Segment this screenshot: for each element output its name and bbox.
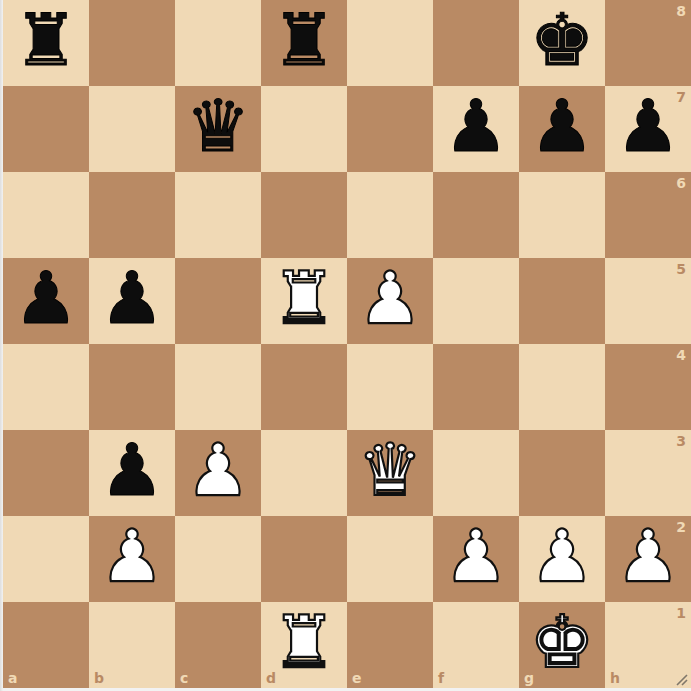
square-c8[interactable] bbox=[175, 0, 261, 86]
square-h7[interactable]: 7♟ bbox=[605, 86, 691, 172]
square-d4[interactable] bbox=[261, 344, 347, 430]
square-h2[interactable]: 2♟ bbox=[605, 516, 691, 602]
black-rook[interactable]: ♜ bbox=[14, 4, 79, 76]
square-g3[interactable] bbox=[519, 430, 605, 516]
square-b1[interactable]: b bbox=[89, 602, 175, 688]
square-e2[interactable] bbox=[347, 516, 433, 602]
square-f7[interactable]: ♟ bbox=[433, 86, 519, 172]
square-b6[interactable] bbox=[89, 172, 175, 258]
square-a5[interactable]: ♟ bbox=[3, 258, 89, 344]
square-f6[interactable] bbox=[433, 172, 519, 258]
square-e6[interactable] bbox=[347, 172, 433, 258]
square-h3[interactable]: 3 bbox=[605, 430, 691, 516]
square-c4[interactable] bbox=[175, 344, 261, 430]
square-d5[interactable]: ♜ bbox=[261, 258, 347, 344]
square-h8[interactable]: 8 bbox=[605, 0, 691, 86]
square-g5[interactable] bbox=[519, 258, 605, 344]
square-b7[interactable] bbox=[89, 86, 175, 172]
file-label-f: f bbox=[438, 671, 444, 685]
square-c7[interactable]: ♛ bbox=[175, 86, 261, 172]
square-h1[interactable]: 1h bbox=[605, 602, 691, 688]
file-label-a: a bbox=[8, 671, 17, 685]
rank-label-3: 3 bbox=[676, 434, 686, 448]
file-label-b: b bbox=[94, 671, 104, 685]
square-a6[interactable] bbox=[3, 172, 89, 258]
square-b2[interactable]: ♟ bbox=[89, 516, 175, 602]
white-pawn[interactable]: ♟ bbox=[444, 520, 509, 592]
white-pawn[interactable]: ♟ bbox=[358, 262, 423, 334]
white-king[interactable]: ♚ bbox=[530, 606, 595, 678]
square-g4[interactable] bbox=[519, 344, 605, 430]
black-pawn[interactable]: ♟ bbox=[14, 262, 79, 334]
square-g2[interactable]: ♟ bbox=[519, 516, 605, 602]
square-g6[interactable] bbox=[519, 172, 605, 258]
file-label-e: e bbox=[352, 671, 362, 685]
square-d7[interactable] bbox=[261, 86, 347, 172]
rank-label-6: 6 bbox=[676, 176, 686, 190]
square-g8[interactable]: ♚ bbox=[519, 0, 605, 86]
square-c3[interactable]: ♟ bbox=[175, 430, 261, 516]
square-d1[interactable]: d♜ bbox=[261, 602, 347, 688]
square-a1[interactable]: a bbox=[3, 602, 89, 688]
square-h6[interactable]: 6 bbox=[605, 172, 691, 258]
black-pawn[interactable]: ♟ bbox=[444, 90, 509, 162]
chess-board: ♜♜♚8♛♟♟7♟6♟♟♜♟54♟♟♛3♟♟♟2♟abcd♜efg♚1h bbox=[3, 0, 691, 688]
square-b8[interactable] bbox=[89, 0, 175, 86]
black-pawn[interactable]: ♟ bbox=[616, 90, 681, 162]
square-h5[interactable]: 5 bbox=[605, 258, 691, 344]
square-f4[interactable] bbox=[433, 344, 519, 430]
square-d2[interactable] bbox=[261, 516, 347, 602]
white-pawn[interactable]: ♟ bbox=[616, 520, 681, 592]
square-b5[interactable]: ♟ bbox=[89, 258, 175, 344]
square-a7[interactable] bbox=[3, 86, 89, 172]
file-label-h: h bbox=[610, 671, 620, 685]
square-h4[interactable]: 4 bbox=[605, 344, 691, 430]
square-g7[interactable]: ♟ bbox=[519, 86, 605, 172]
rank-label-4: 4 bbox=[676, 348, 686, 362]
square-a8[interactable]: ♜ bbox=[3, 0, 89, 86]
square-f1[interactable]: f bbox=[433, 602, 519, 688]
white-queen[interactable]: ♛ bbox=[358, 434, 423, 506]
square-f2[interactable]: ♟ bbox=[433, 516, 519, 602]
white-rook[interactable]: ♜ bbox=[272, 262, 337, 334]
rank-label-8: 8 bbox=[676, 4, 686, 18]
white-pawn[interactable]: ♟ bbox=[530, 520, 595, 592]
rank-label-1: 1 bbox=[676, 606, 686, 620]
square-e1[interactable]: e bbox=[347, 602, 433, 688]
rank-label-5: 5 bbox=[676, 262, 686, 276]
square-c2[interactable] bbox=[175, 516, 261, 602]
white-pawn[interactable]: ♟ bbox=[100, 520, 165, 592]
black-king[interactable]: ♚ bbox=[530, 4, 595, 76]
square-b3[interactable]: ♟ bbox=[89, 430, 175, 516]
page: ♜♜♚8♛♟♟7♟6♟♟♜♟54♟♟♛3♟♟♟2♟abcd♜efg♚1h bbox=[0, 0, 691, 691]
file-label-c: c bbox=[180, 671, 188, 685]
square-f3[interactable] bbox=[433, 430, 519, 516]
square-a4[interactable] bbox=[3, 344, 89, 430]
black-pawn[interactable]: ♟ bbox=[100, 262, 165, 334]
square-e4[interactable] bbox=[347, 344, 433, 430]
black-pawn[interactable]: ♟ bbox=[530, 90, 595, 162]
square-f5[interactable] bbox=[433, 258, 519, 344]
black-rook[interactable]: ♜ bbox=[272, 4, 337, 76]
square-d8[interactable]: ♜ bbox=[261, 0, 347, 86]
black-queen[interactable]: ♛ bbox=[186, 90, 251, 162]
square-e8[interactable] bbox=[347, 0, 433, 86]
square-c1[interactable]: c bbox=[175, 602, 261, 688]
white-pawn[interactable]: ♟ bbox=[186, 434, 251, 506]
square-e5[interactable]: ♟ bbox=[347, 258, 433, 344]
square-g1[interactable]: g♚ bbox=[519, 602, 605, 688]
white-rook[interactable]: ♜ bbox=[272, 606, 337, 678]
square-b4[interactable] bbox=[89, 344, 175, 430]
square-c5[interactable] bbox=[175, 258, 261, 344]
square-a3[interactable] bbox=[3, 430, 89, 516]
square-f8[interactable] bbox=[433, 0, 519, 86]
resize-handle-icon[interactable] bbox=[675, 672, 690, 687]
square-d3[interactable] bbox=[261, 430, 347, 516]
square-d6[interactable] bbox=[261, 172, 347, 258]
black-pawn[interactable]: ♟ bbox=[100, 434, 165, 506]
square-e3[interactable]: ♛ bbox=[347, 430, 433, 516]
square-e7[interactable] bbox=[347, 86, 433, 172]
square-a2[interactable] bbox=[3, 516, 89, 602]
square-c6[interactable] bbox=[175, 172, 261, 258]
